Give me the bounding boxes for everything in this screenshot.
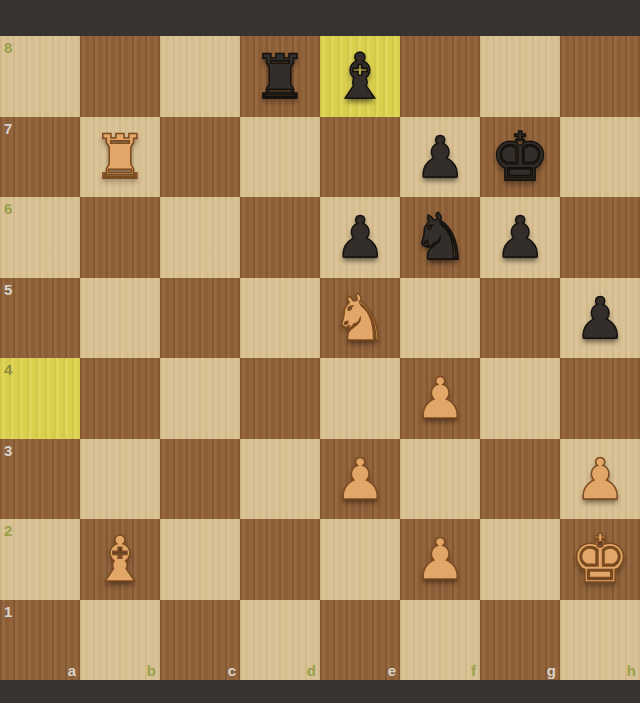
file-label-d: d — [307, 663, 316, 678]
square-c6[interactable] — [160, 197, 240, 278]
file-label-e: e — [388, 663, 396, 678]
file-label-b: b — [147, 663, 156, 678]
rank-label-7: 7 — [4, 121, 12, 136]
square-g5[interactable] — [480, 278, 560, 359]
square-f7[interactable]: ♟ — [400, 117, 480, 198]
square-g6[interactable]: ♟ — [480, 197, 560, 278]
square-g8[interactable] — [480, 36, 560, 117]
square-a4[interactable]: 4 — [0, 358, 80, 439]
square-c4[interactable] — [160, 358, 240, 439]
rank-label-3: 3 — [4, 443, 12, 458]
file-label-f: f — [471, 663, 476, 678]
square-f6[interactable]: ♞ — [400, 197, 480, 278]
white-bishop-b2[interactable]: ♝ — [80, 519, 160, 600]
chess-app-screen: 8♜♝7♜♟♚6♟♞♟5♞♟4♟3♟♟2♝♟♚1abcdefgh — [0, 0, 640, 703]
square-g3[interactable] — [480, 439, 560, 520]
white-knight-e5[interactable]: ♞ — [320, 278, 400, 359]
rank-label-5: 5 — [4, 282, 12, 297]
white-pawn-e3[interactable]: ♟ — [320, 439, 400, 520]
square-c5[interactable] — [160, 278, 240, 359]
square-d3[interactable] — [240, 439, 320, 520]
square-d4[interactable] — [240, 358, 320, 439]
file-label-c: c — [228, 663, 236, 678]
square-g4[interactable] — [480, 358, 560, 439]
square-b4[interactable] — [80, 358, 160, 439]
square-b1[interactable]: b — [80, 600, 160, 681]
black-bishop-e8[interactable]: ♝ — [320, 36, 400, 117]
square-f5[interactable] — [400, 278, 480, 359]
square-c1[interactable]: c — [160, 600, 240, 681]
square-f1[interactable]: f — [400, 600, 480, 681]
square-f3[interactable] — [400, 439, 480, 520]
rank-label-1: 1 — [4, 604, 12, 619]
square-g7[interactable]: ♚ — [480, 117, 560, 198]
square-c2[interactable] — [160, 519, 240, 600]
square-e7[interactable] — [320, 117, 400, 198]
square-c3[interactable] — [160, 439, 240, 520]
black-pawn-h5[interactable]: ♟ — [560, 278, 640, 359]
square-b3[interactable] — [80, 439, 160, 520]
square-a3[interactable]: 3 — [0, 439, 80, 520]
square-b5[interactable] — [80, 278, 160, 359]
square-h8[interactable] — [560, 36, 640, 117]
square-a7[interactable]: 7 — [0, 117, 80, 198]
file-label-h: h — [627, 663, 636, 678]
rank-label-8: 8 — [4, 40, 12, 55]
square-f8[interactable] — [400, 36, 480, 117]
square-d7[interactable] — [240, 117, 320, 198]
square-h2[interactable]: ♚ — [560, 519, 640, 600]
black-rook-d8[interactable]: ♜ — [240, 36, 320, 117]
square-e3[interactable]: ♟ — [320, 439, 400, 520]
white-rook-b7[interactable]: ♜ — [80, 117, 160, 198]
white-pawn-h3[interactable]: ♟ — [560, 439, 640, 520]
square-h5[interactable]: ♟ — [560, 278, 640, 359]
square-b8[interactable] — [80, 36, 160, 117]
black-knight-f6[interactable]: ♞ — [400, 197, 480, 278]
square-h4[interactable] — [560, 358, 640, 439]
square-g1[interactable]: g — [480, 600, 560, 681]
square-a1[interactable]: 1a — [0, 600, 80, 681]
rank-label-4: 4 — [4, 362, 12, 377]
square-a6[interactable]: 6 — [0, 197, 80, 278]
square-d1[interactable]: d — [240, 600, 320, 681]
square-d6[interactable] — [240, 197, 320, 278]
square-d8[interactable]: ♜ — [240, 36, 320, 117]
square-a8[interactable]: 8 — [0, 36, 80, 117]
file-label-g: g — [547, 663, 556, 678]
square-b7[interactable]: ♜ — [80, 117, 160, 198]
square-h7[interactable] — [560, 117, 640, 198]
square-e5[interactable]: ♞ — [320, 278, 400, 359]
top-bar — [0, 0, 640, 36]
white-pawn-f2[interactable]: ♟ — [400, 519, 480, 600]
square-e4[interactable] — [320, 358, 400, 439]
square-f2[interactable]: ♟ — [400, 519, 480, 600]
square-h6[interactable] — [560, 197, 640, 278]
square-d2[interactable] — [240, 519, 320, 600]
bottom-bar — [0, 680, 640, 703]
square-b2[interactable]: ♝ — [80, 519, 160, 600]
black-pawn-e6[interactable]: ♟ — [320, 197, 400, 278]
square-a5[interactable]: 5 — [0, 278, 80, 359]
white-pawn-f4[interactable]: ♟ — [400, 358, 480, 439]
square-g2[interactable] — [480, 519, 560, 600]
square-c7[interactable] — [160, 117, 240, 198]
square-h1[interactable]: h — [560, 600, 640, 681]
square-h3[interactable]: ♟ — [560, 439, 640, 520]
square-e6[interactable]: ♟ — [320, 197, 400, 278]
square-e2[interactable] — [320, 519, 400, 600]
rank-label-6: 6 — [4, 201, 12, 216]
square-b6[interactable] — [80, 197, 160, 278]
chess-board[interactable]: 8♜♝7♜♟♚6♟♞♟5♞♟4♟3♟♟2♝♟♚1abcdefgh — [0, 36, 640, 680]
square-a2[interactable]: 2 — [0, 519, 80, 600]
square-e1[interactable]: e — [320, 600, 400, 681]
black-king-g7[interactable]: ♚ — [480, 117, 560, 198]
black-pawn-g6[interactable]: ♟ — [480, 197, 560, 278]
square-f4[interactable]: ♟ — [400, 358, 480, 439]
white-king-h2[interactable]: ♚ — [560, 519, 640, 600]
rank-label-2: 2 — [4, 523, 12, 538]
square-c8[interactable] — [160, 36, 240, 117]
black-pawn-f7[interactable]: ♟ — [400, 117, 480, 198]
square-e8[interactable]: ♝ — [320, 36, 400, 117]
square-d5[interactable] — [240, 278, 320, 359]
file-label-a: a — [68, 663, 76, 678]
